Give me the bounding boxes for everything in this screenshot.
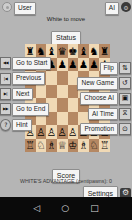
- new-game-button[interactable]: New Game: [77, 77, 118, 90]
- black-pawn: ♟: [68, 59, 77, 70]
- square-b1[interactable]: ♘: [36, 139, 47, 153]
- chess-app-screen: User AI ⚙ White to move Status ♜♞♝♛♚♝♞♜♟…: [0, 0, 132, 220]
- advantage-text: WHITE'S ADVANTAGE (centipawns): 0: [0, 178, 132, 184]
- black-queen: ♛: [57, 46, 66, 57]
- square-c1[interactable]: ♗: [46, 139, 57, 153]
- square-d2[interactable]: ♙: [57, 125, 68, 139]
- square-c2[interactable]: ♙: [46, 125, 57, 139]
- recents-icon[interactable]: □: [90, 204, 99, 213]
- white-pawn: ♙: [57, 127, 66, 138]
- black-rook: ♜: [100, 46, 109, 57]
- gear-glyph: ⚙: [122, 189, 129, 197]
- user-avatar-icon[interactable]: [2, 2, 12, 12]
- ai-gear-glyph: ⚙: [123, 4, 128, 11]
- square-d5[interactable]: [57, 85, 68, 99]
- android-nav-bar: ◁ ○ □: [0, 197, 132, 220]
- square-e8[interactable]: ♚: [68, 44, 79, 58]
- square-d4[interactable]: [57, 98, 68, 112]
- square-f8[interactable]: ♝: [78, 44, 89, 58]
- square-a8[interactable]: ♜: [25, 44, 36, 58]
- ai-time-icon[interactable]: ⧖: [119, 108, 131, 120]
- square-d1[interactable]: ♕: [57, 139, 68, 153]
- square-c8[interactable]: ♝: [46, 44, 57, 58]
- square-d8[interactable]: ♛: [57, 44, 68, 58]
- white-knight: ♘: [89, 140, 98, 151]
- black-king: ♚: [68, 46, 77, 57]
- square-g8[interactable]: ♞: [89, 44, 100, 58]
- black-bishop: ♝: [79, 46, 88, 57]
- square-d7[interactable]: ♟: [57, 58, 68, 72]
- black-pawn: ♟: [89, 59, 98, 70]
- hint-icon[interactable]: ?: [0, 119, 11, 131]
- black-pawn: ♟: [79, 59, 88, 70]
- status-wrap: Status: [0, 26, 132, 45]
- user-avatar-dot: [6, 6, 9, 9]
- square-e7[interactable]: ♟: [68, 58, 79, 72]
- go-to-start-control: ◀◀Go to Start: [0, 57, 51, 70]
- square-b2[interactable]: ♙: [36, 125, 47, 139]
- ai-avatar-icon[interactable]: ⚙: [121, 2, 131, 12]
- choose-ai-control: Choose AI▣: [80, 92, 131, 105]
- flip-button[interactable]: Flip: [100, 62, 118, 75]
- square-b8[interactable]: ♞: [36, 44, 47, 58]
- ai-button[interactable]: AI: [105, 2, 119, 15]
- square-c6[interactable]: [46, 71, 57, 85]
- square-g7[interactable]: ♟: [89, 58, 100, 72]
- black-knight: ♞: [89, 46, 98, 57]
- white-bishop: ♗: [79, 140, 88, 151]
- next-icon[interactable]: ▶|: [0, 88, 11, 100]
- choose-ai-button[interactable]: Choose AI: [80, 92, 118, 105]
- next-button[interactable]: Next: [12, 88, 33, 101]
- user-button[interactable]: User: [14, 2, 36, 15]
- black-pawn: ♟: [57, 59, 66, 70]
- white-queen: ♕: [57, 140, 66, 151]
- square-e2[interactable]: ♙: [68, 125, 79, 139]
- go-to-end-button[interactable]: Go to End: [12, 103, 49, 116]
- square-e4[interactable]: [68, 98, 79, 112]
- promotion-control: Promotion⊙: [80, 123, 131, 136]
- ai-time-button[interactable]: AI Time: [88, 108, 118, 121]
- white-bishop: ♗: [47, 140, 56, 151]
- previous-button[interactable]: Previous: [12, 72, 45, 85]
- promotion-icon[interactable]: ⊙: [119, 123, 131, 135]
- flip-control: Flip⇅: [100, 62, 131, 75]
- square-a1[interactable]: ♖: [25, 139, 36, 153]
- white-rook: ♖: [26, 140, 35, 151]
- square-c5[interactable]: [46, 85, 57, 99]
- choose-ai-icon[interactable]: ▣: [119, 93, 131, 105]
- previous-icon[interactable]: |◀: [0, 73, 11, 85]
- status-button[interactable]: Status: [51, 31, 81, 45]
- flip-icon[interactable]: ⇅: [119, 62, 131, 74]
- new-game-icon[interactable]: ↺: [119, 77, 131, 89]
- square-e1[interactable]: ♔: [68, 139, 79, 153]
- black-knight: ♞: [36, 46, 45, 57]
- black-rook: ♜: [26, 46, 35, 57]
- ai-time-control: AI Time⧖: [88, 108, 131, 121]
- hint-button[interactable]: Hint: [12, 119, 32, 132]
- hint-control: ?Hint: [0, 119, 32, 132]
- previous-control: |◀Previous: [0, 72, 45, 85]
- home-icon[interactable]: ○: [61, 204, 69, 213]
- white-pawn: ♙: [36, 127, 45, 138]
- go-to-start-icon[interactable]: ◀◀: [0, 57, 11, 69]
- square-h1[interactable]: ♖: [99, 139, 110, 153]
- go-to-end-control: ▶▶Go to End: [0, 103, 49, 116]
- square-h8[interactable]: ♜: [99, 44, 110, 58]
- white-pawn: ♙: [68, 127, 77, 138]
- new-game-control: New Game↺: [77, 77, 131, 90]
- square-f1[interactable]: ♗: [78, 139, 89, 153]
- square-d3[interactable]: [57, 112, 68, 126]
- go-to-end-icon[interactable]: ▶▶: [0, 103, 11, 115]
- square-f7[interactable]: ♟: [78, 58, 89, 72]
- black-bishop: ♝: [47, 46, 56, 57]
- turn-indicator: White to move: [0, 16, 132, 22]
- back-icon[interactable]: ◁: [33, 204, 40, 213]
- promotion-button[interactable]: Promotion: [80, 123, 118, 136]
- square-b5[interactable]: [36, 85, 47, 99]
- white-rook: ♖: [100, 140, 109, 151]
- square-d6[interactable]: [57, 71, 68, 85]
- square-g1[interactable]: ♘: [89, 139, 100, 153]
- white-pawn: ♙: [47, 127, 56, 138]
- go-to-start-button[interactable]: Go to Start: [12, 57, 51, 70]
- white-knight: ♘: [36, 140, 45, 151]
- square-e3[interactable]: [68, 112, 79, 126]
- next-control: ▶|Next: [0, 88, 33, 101]
- white-king: ♔: [68, 140, 77, 151]
